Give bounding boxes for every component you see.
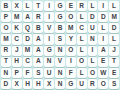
grid-cell[interactable]: A <box>33 34 43 44</box>
grid-cell[interactable]: E <box>66 1 76 11</box>
grid-cell[interactable]: B <box>55 23 65 33</box>
grid-cell[interactable]: M <box>109 12 119 22</box>
grid-cell[interactable]: L <box>109 1 119 11</box>
grid-cell[interactable]: R <box>88 79 98 89</box>
grid-cell[interactable]: D <box>109 23 119 33</box>
grid-cell[interactable]: G <box>55 12 65 22</box>
grid-cell[interactable]: U <box>88 23 98 33</box>
grid-cell[interactable]: G <box>44 46 54 56</box>
grid-cell[interactable]: R <box>1 46 11 56</box>
grid-cell[interactable]: M <box>12 12 22 22</box>
grid-cell[interactable]: E <box>109 68 119 78</box>
grid-cell[interactable]: N <box>88 34 98 44</box>
grid-cell[interactable]: E <box>98 57 108 67</box>
grid-cell[interactable]: B <box>1 1 11 11</box>
grid-cell[interactable]: J <box>109 46 119 56</box>
grid-cell[interactable]: X <box>12 79 22 89</box>
grid-cell[interactable]: O <box>77 57 87 67</box>
grid-cell[interactable]: D <box>23 34 33 44</box>
grid-cell[interactable]: M <box>66 23 76 33</box>
grid-cell[interactable]: O <box>88 68 98 78</box>
grid-cell[interactable]: M <box>1 34 11 44</box>
grid-cell[interactable]: H <box>12 57 22 67</box>
grid-cell[interactable]: P <box>1 12 11 22</box>
grid-cell[interactable]: N <box>55 79 65 89</box>
grid-cell[interactable]: N <box>1 68 11 78</box>
grid-cell[interactable]: I <box>98 34 108 44</box>
grid-cell[interactable]: L <box>88 57 98 67</box>
grid-cell[interactable]: J <box>12 46 22 56</box>
word-search-board: BXLTIGERLILPMARIGOLDDMOKQBVBMCULDMCDAISY… <box>0 0 120 90</box>
grid-cell[interactable]: I <box>88 46 98 56</box>
grid-cell[interactable]: N <box>55 46 65 56</box>
grid-cell[interactable]: R <box>33 12 43 22</box>
grid-cell[interactable]: H <box>33 79 43 89</box>
grid-cell[interactable]: T <box>33 1 43 11</box>
grid-cell[interactable]: S <box>109 79 119 89</box>
grid-cell[interactable]: H <box>23 79 33 89</box>
grid-cell[interactable]: K <box>12 23 22 33</box>
grid-cell[interactable]: L <box>88 1 98 11</box>
grid-cell[interactable]: O <box>98 79 108 89</box>
grid-cell[interactable]: I <box>44 12 54 22</box>
grid-cell[interactable]: T <box>109 57 119 67</box>
grid-cell[interactable]: I <box>98 1 108 11</box>
grid-cell[interactable]: A <box>33 46 43 56</box>
grid-cell[interactable]: Y <box>66 34 76 44</box>
grid-cell[interactable]: O <box>66 46 76 56</box>
grid-cell[interactable]: R <box>77 1 87 11</box>
grid-cell[interactable]: L <box>109 34 119 44</box>
grid-cell[interactable]: L <box>98 23 108 33</box>
grid-cell[interactable]: P <box>12 68 22 78</box>
grid-cell[interactable]: L <box>77 12 87 22</box>
grid-cell[interactable]: G <box>55 1 65 11</box>
grid-cell[interactable]: B <box>33 23 43 33</box>
grid-cell[interactable]: N <box>44 57 54 67</box>
grid-cell[interactable]: D <box>88 12 98 22</box>
grid-cell[interactable]: U <box>77 79 87 89</box>
grid-cell[interactable]: X <box>44 79 54 89</box>
grid-cell[interactable]: A <box>98 46 108 56</box>
grid-cell[interactable]: F <box>23 68 33 78</box>
grid-cell[interactable]: D <box>1 79 11 89</box>
grid-cell[interactable]: M <box>23 46 33 56</box>
grid-cell[interactable]: C <box>77 23 87 33</box>
grid-cell[interactable]: A <box>33 57 43 67</box>
grid-cell[interactable]: S <box>55 34 65 44</box>
grid-cell[interactable]: O <box>1 23 11 33</box>
grid-cell[interactable]: T <box>1 57 11 67</box>
grid-cell[interactable]: U <box>44 68 54 78</box>
grid-cell[interactable]: I <box>44 1 54 11</box>
grid-cell[interactable]: V <box>55 57 65 67</box>
grid-cell[interactable]: L <box>77 68 87 78</box>
grid-cell[interactable]: D <box>98 12 108 22</box>
grid-cell[interactable]: I <box>44 34 54 44</box>
grid-cell[interactable]: S <box>33 68 43 78</box>
grid-cell[interactable]: V <box>44 23 54 33</box>
grid-cell[interactable]: X <box>12 1 22 11</box>
grid-cell[interactable]: L <box>77 46 87 56</box>
grid-cell[interactable]: L <box>23 1 33 11</box>
grid-cell[interactable]: I <box>66 57 76 67</box>
grid-cell[interactable]: W <box>98 68 108 78</box>
grid-cell[interactable]: C <box>12 34 22 44</box>
grid-cell[interactable]: L <box>77 34 87 44</box>
grid-cell[interactable]: O <box>66 12 76 22</box>
grid-cell[interactable]: N <box>55 68 65 78</box>
grid-cell[interactable]: G <box>66 79 76 89</box>
grid-cell[interactable]: C <box>23 57 33 67</box>
grid-cell[interactable]: Q <box>23 23 33 33</box>
grid-cell[interactable]: F <box>66 68 76 78</box>
grid-cell[interactable]: A <box>23 12 33 22</box>
